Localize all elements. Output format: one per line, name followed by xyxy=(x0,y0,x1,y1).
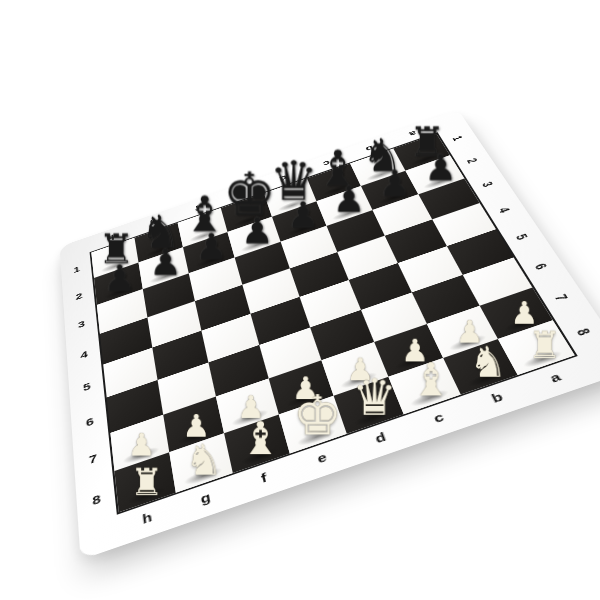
black-pawn-g2: ♟ xyxy=(149,245,182,279)
rank-label-right-2: 2 xyxy=(465,156,481,164)
black-pawn-a2: ♟ xyxy=(424,150,457,184)
rank-label-left-2: 2 xyxy=(75,291,83,302)
chess-mat: ♜♞♝♚♛♝♞♜♟♟♟♟♟♟♟♟♟♟♟♟♟♟♟♟♜♞♝♚♛♝♞♜ hgfedcb… xyxy=(60,110,600,560)
rank-label-left-1: 1 xyxy=(73,264,81,274)
rank-label-right-1: 1 xyxy=(450,134,466,142)
white-pawn-h7: ♟ xyxy=(128,430,156,460)
rank-label-right-7: 7 xyxy=(552,292,572,303)
file-label-top-f: f xyxy=(194,204,200,213)
board-perspective-wrapper: ♜♞♝♚♛♝♞♜♟♟♟♟♟♟♟♟♟♟♟♟♟♟♟♟♜♞♝♚♛♝♞♜ hgfedcb… xyxy=(60,110,600,560)
black-pawn-c2: ♟ xyxy=(333,182,366,216)
rank-label-left-8: 8 xyxy=(92,492,102,508)
black-pawn-e2: ♟ xyxy=(241,214,274,248)
rank-label-left-3: 3 xyxy=(78,319,86,330)
white-knight-b8: ♞ xyxy=(469,342,507,382)
rank-label-left-6: 6 xyxy=(86,415,95,429)
rank-label-left-7: 7 xyxy=(89,452,99,467)
white-knight-g8: ♞ xyxy=(185,440,223,480)
file-label-bottom-d: d xyxy=(373,429,388,445)
file-label-bottom-b: b xyxy=(489,390,505,405)
black-pawn-h2: ♟ xyxy=(103,261,136,295)
rank-label-right-8: 8 xyxy=(574,326,595,338)
rank-label-right-4: 4 xyxy=(496,205,514,214)
file-label-bottom-g: g xyxy=(199,489,212,506)
file-label-bottom-h: h xyxy=(141,509,153,526)
file-label-bottom-a: a xyxy=(548,370,564,385)
black-pawn-d2: ♟ xyxy=(287,198,320,232)
white-rook-a8: ♜ xyxy=(528,328,561,363)
rank-label-right-3: 3 xyxy=(480,180,497,189)
white-rook-h8: ♜ xyxy=(130,465,163,500)
white-bishop-c8: ♝ xyxy=(411,359,452,402)
black-pawn-b2: ♟ xyxy=(378,166,411,200)
white-bishop-f8: ♝ xyxy=(240,418,281,461)
file-label-bottom-f: f xyxy=(260,470,269,485)
file-label-bottom-c: c xyxy=(432,410,447,425)
black-pawn-f2: ♟ xyxy=(195,229,228,263)
rank-label-right-5: 5 xyxy=(513,232,531,242)
rank-label-right-6: 6 xyxy=(532,261,551,271)
board-rotation-wrapper: ♜♞♝♚♛♝♞♜♟♟♟♟♟♟♟♟♟♟♟♟♟♟♟♟♜♞♝♚♛♝♞♜ hgfedcb… xyxy=(0,0,600,600)
white-king-e8: ♚ xyxy=(293,389,342,441)
rank-label-left-4: 4 xyxy=(80,349,89,361)
white-queen-d8: ♛ xyxy=(352,374,397,422)
file-label-bottom-e: e xyxy=(316,450,329,466)
rank-label-left-5: 5 xyxy=(83,381,92,394)
